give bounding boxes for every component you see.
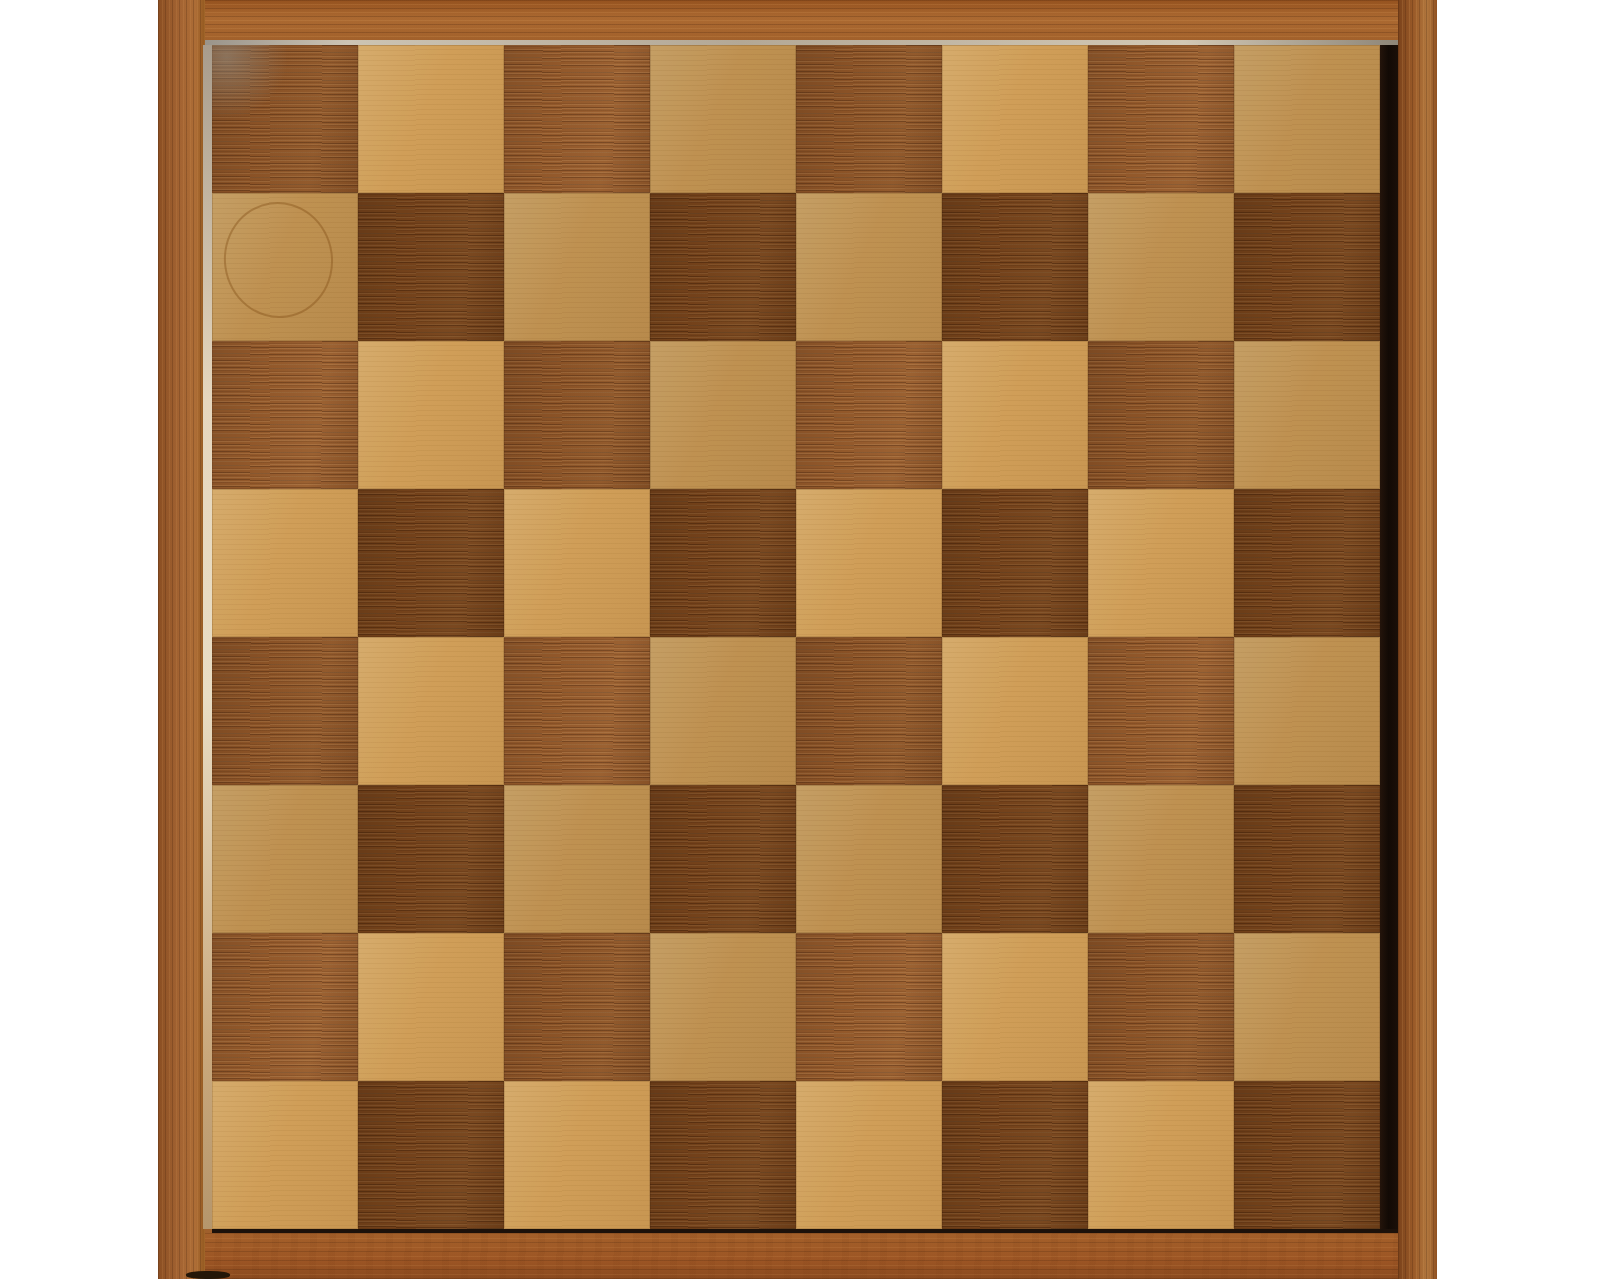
board-photo (0, 0, 1600, 1279)
chess-board (212, 45, 1380, 1229)
square-r4c1-light[interactable] (212, 489, 358, 637)
square-r7c3-dark[interactable] (504, 933, 650, 1081)
square-r4c6-dark[interactable] (942, 489, 1088, 637)
square-r5c6-light[interactable] (942, 637, 1088, 785)
hinge-mark (186, 1271, 230, 1279)
square-r8c1-light[interactable] (212, 1081, 358, 1229)
square-r1c8-light[interactable] (1234, 45, 1380, 193)
square-r4c7-light[interactable] (1088, 489, 1234, 637)
square-r5c2-light[interactable] (358, 637, 504, 785)
square-r4c3-light[interactable] (504, 489, 650, 637)
square-r7c8-light[interactable] (1234, 933, 1380, 1081)
square-r7c4-light[interactable] (650, 933, 796, 1081)
square-r3c8-light[interactable] (1234, 341, 1380, 489)
square-r3c2-light[interactable] (358, 341, 504, 489)
square-r4c4-dark[interactable] (650, 489, 796, 637)
square-r3c3-dark[interactable] (504, 341, 650, 489)
square-r3c1-dark[interactable] (212, 341, 358, 489)
square-r8c4-dark[interactable] (650, 1081, 796, 1229)
square-r8c8-dark[interactable] (1234, 1081, 1380, 1229)
square-r5c1-dark[interactable] (212, 637, 358, 785)
square-r2c2-dark[interactable] (358, 193, 504, 341)
frame-left-rail (158, 0, 205, 1279)
square-r6c6-dark[interactable] (942, 785, 1088, 933)
square-r2c1-light[interactable] (212, 193, 358, 341)
square-r7c1-dark[interactable] (212, 933, 358, 1081)
square-r2c6-dark[interactable] (942, 193, 1088, 341)
square-r1c1-dark[interactable] (212, 45, 358, 193)
square-r6c8-dark[interactable] (1234, 785, 1380, 933)
square-r3c4-light[interactable] (650, 341, 796, 489)
square-r6c3-light[interactable] (504, 785, 650, 933)
square-r1c6-light[interactable] (942, 45, 1088, 193)
square-r2c7-light[interactable] (1088, 193, 1234, 341)
square-r7c5-dark[interactable] (796, 933, 942, 1081)
inner-shadow-right (1377, 45, 1398, 1233)
square-r2c4-dark[interactable] (650, 193, 796, 341)
square-r8c5-light[interactable] (796, 1081, 942, 1229)
inner-shadow-bottom (212, 1229, 1398, 1233)
square-r2c3-light[interactable] (504, 193, 650, 341)
square-r3c6-light[interactable] (942, 341, 1088, 489)
square-r4c5-light[interactable] (796, 489, 942, 637)
square-r8c7-light[interactable] (1088, 1081, 1234, 1229)
square-r6c5-light[interactable] (796, 785, 942, 933)
square-r3c7-dark[interactable] (1088, 341, 1234, 489)
square-r1c3-dark[interactable] (504, 45, 650, 193)
square-r2c5-light[interactable] (796, 193, 942, 341)
square-r5c5-dark[interactable] (796, 637, 942, 785)
square-r4c8-dark[interactable] (1234, 489, 1380, 637)
square-r8c2-dark[interactable] (358, 1081, 504, 1229)
inner-bevel-highlight-left (203, 45, 212, 1229)
square-r1c2-light[interactable] (358, 45, 504, 193)
square-r6c1-light[interactable] (212, 785, 358, 933)
square-r7c6-light[interactable] (942, 933, 1088, 1081)
frame-right-rail (1398, 0, 1437, 1279)
square-r6c7-light[interactable] (1088, 785, 1234, 933)
square-r2c8-dark[interactable] (1234, 193, 1380, 341)
square-r8c6-dark[interactable] (942, 1081, 1088, 1229)
square-r8c3-light[interactable] (504, 1081, 650, 1229)
square-r7c2-light[interactable] (358, 933, 504, 1081)
square-r4c2-dark[interactable] (358, 489, 504, 637)
square-r6c2-dark[interactable] (358, 785, 504, 933)
square-r5c7-dark[interactable] (1088, 637, 1234, 785)
square-r1c5-dark[interactable] (796, 45, 942, 193)
frame-top-rail (158, 0, 1437, 40)
square-r3c5-dark[interactable] (796, 341, 942, 489)
square-r1c7-dark[interactable] (1088, 45, 1234, 193)
square-r5c3-dark[interactable] (504, 637, 650, 785)
square-r5c8-light[interactable] (1234, 637, 1380, 785)
frame-bottom-rail (158, 1233, 1437, 1279)
square-r5c4-light[interactable] (650, 637, 796, 785)
square-r6c4-dark[interactable] (650, 785, 796, 933)
square-r7c7-dark[interactable] (1088, 933, 1234, 1081)
square-r1c4-light[interactable] (650, 45, 796, 193)
